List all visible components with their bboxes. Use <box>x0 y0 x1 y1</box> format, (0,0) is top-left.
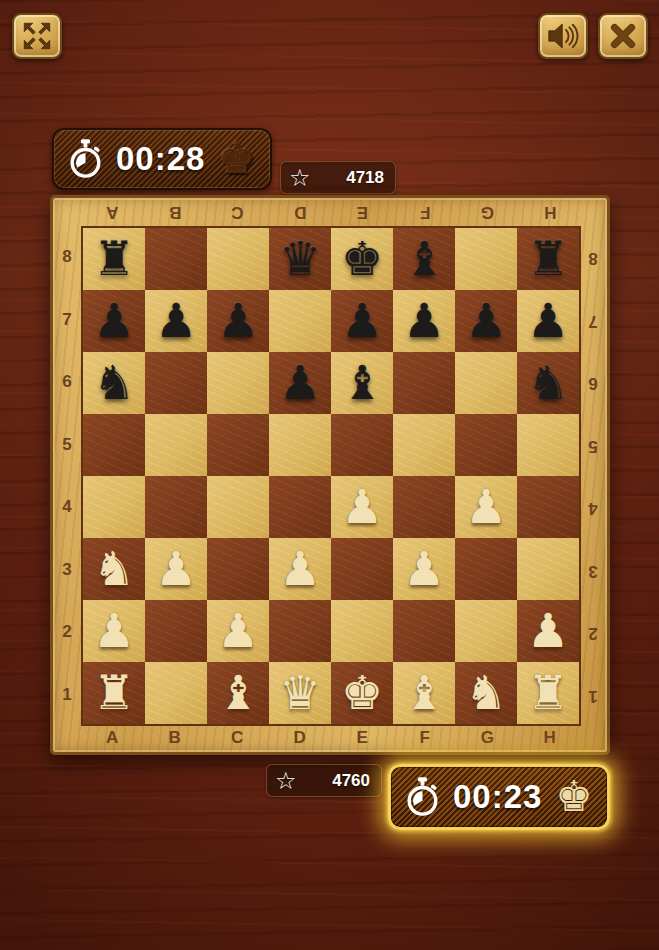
piece-white-pawn[interactable]: ♟ <box>217 600 259 662</box>
square-b3[interactable]: ♟ <box>145 538 207 600</box>
close-x-icon <box>606 19 640 53</box>
piece-white-bishop[interactable]: ♝ <box>403 662 445 724</box>
square-h1[interactable]: ♜ <box>517 662 579 724</box>
stopwatch-icon <box>405 773 440 821</box>
square-h7[interactable]: ♟ <box>517 290 579 352</box>
coord-label-f: F <box>394 200 457 224</box>
square-g7[interactable]: ♟ <box>455 290 517 352</box>
fullscreen-button[interactable] <box>12 13 62 59</box>
square-d1[interactable]: ♛ <box>269 662 331 724</box>
square-e8[interactable]: ♚ <box>331 228 393 290</box>
black-rating-value: 4718 <box>311 168 395 188</box>
square-d5[interactable] <box>269 414 331 476</box>
square-c3[interactable] <box>207 538 269 600</box>
square-b5[interactable] <box>145 414 207 476</box>
square-d6[interactable]: ♟ <box>269 352 331 414</box>
square-a3[interactable]: ♞ <box>83 538 145 600</box>
square-a8[interactable]: ♜ <box>83 228 145 290</box>
coord-label-a: A <box>81 200 144 224</box>
files-bottom: ABCDEFGH <box>81 726 581 750</box>
coord-label-2: 2 <box>581 601 605 664</box>
square-a2[interactable]: ♟ <box>83 600 145 662</box>
coord-label-h: H <box>519 726 582 750</box>
square-g6[interactable] <box>455 352 517 414</box>
piece-white-pawn[interactable]: ♟ <box>93 600 135 662</box>
files-top: ABCDEFGH <box>81 200 581 224</box>
square-c5[interactable] <box>207 414 269 476</box>
piece-black-pawn[interactable]: ♟ <box>527 290 569 352</box>
star-icon: ☆ <box>275 769 297 793</box>
coord-label-7: 7 <box>581 289 605 352</box>
square-d4[interactable] <box>269 476 331 538</box>
square-f5[interactable] <box>393 414 455 476</box>
square-h8[interactable]: ♜ <box>517 228 579 290</box>
coord-label-c: C <box>206 200 269 224</box>
piece-black-king[interactable]: ♚ <box>341 228 383 290</box>
white-king-icon: ♚ <box>555 776 593 818</box>
piece-white-pawn[interactable]: ♟ <box>341 476 383 538</box>
square-c8[interactable] <box>207 228 269 290</box>
square-h5[interactable] <box>517 414 579 476</box>
piece-white-bishop[interactable]: ♝ <box>217 662 259 724</box>
coord-label-8: 8 <box>581 226 605 289</box>
coord-label-a: A <box>81 726 144 750</box>
square-f7[interactable]: ♟ <box>393 290 455 352</box>
sound-button[interactable] <box>538 13 588 59</box>
square-g8[interactable] <box>455 228 517 290</box>
square-b6[interactable] <box>145 352 207 414</box>
square-f8[interactable]: ♝ <box>393 228 455 290</box>
white-rating-badge: ☆ 4760 <box>266 764 382 797</box>
square-f2[interactable] <box>393 600 455 662</box>
black-rating-badge: ☆ 4718 <box>280 161 396 194</box>
piece-white-pawn[interactable]: ♟ <box>403 538 445 600</box>
close-button[interactable] <box>598 13 648 59</box>
square-a7[interactable]: ♟ <box>83 290 145 352</box>
square-b8[interactable] <box>145 228 207 290</box>
square-g4[interactable]: ♟ <box>455 476 517 538</box>
square-e2[interactable] <box>331 600 393 662</box>
piece-black-rook[interactable]: ♜ <box>93 228 135 290</box>
coord-label-7: 7 <box>55 289 79 352</box>
piece-white-queen[interactable]: ♛ <box>279 662 321 724</box>
coord-label-f: F <box>394 726 457 750</box>
square-a6[interactable]: ♞ <box>83 352 145 414</box>
square-g5[interactable] <box>455 414 517 476</box>
piece-black-bishop[interactable]: ♝ <box>403 228 445 290</box>
piece-white-knight[interactable]: ♞ <box>465 662 507 724</box>
square-b2[interactable] <box>145 600 207 662</box>
coord-label-d: D <box>269 726 332 750</box>
piece-black-pawn[interactable]: ♟ <box>217 290 259 352</box>
piece-white-pawn[interactable]: ♟ <box>465 476 507 538</box>
coord-label-2: 2 <box>55 601 79 664</box>
square-c1[interactable]: ♝ <box>207 662 269 724</box>
square-c6[interactable] <box>207 352 269 414</box>
piece-white-pawn[interactable]: ♟ <box>527 600 569 662</box>
piece-black-pawn[interactable]: ♟ <box>93 290 135 352</box>
square-e3[interactable] <box>331 538 393 600</box>
square-f6[interactable] <box>393 352 455 414</box>
white-timer-panel: 00:23 ♚ <box>388 764 610 830</box>
square-b7[interactable]: ♟ <box>145 290 207 352</box>
square-c7[interactable]: ♟ <box>207 290 269 352</box>
coord-label-b: B <box>144 726 207 750</box>
square-g3[interactable] <box>455 538 517 600</box>
square-d3[interactable]: ♟ <box>269 538 331 600</box>
square-h3[interactable] <box>517 538 579 600</box>
square-f1[interactable]: ♝ <box>393 662 455 724</box>
coord-label-3: 3 <box>581 539 605 602</box>
coord-label-e: E <box>331 726 394 750</box>
coord-label-8: 8 <box>55 226 79 289</box>
piece-black-knight[interactable]: ♞ <box>527 352 569 414</box>
coord-label-4: 4 <box>55 476 79 539</box>
square-e1[interactable]: ♚ <box>331 662 393 724</box>
piece-white-pawn[interactable]: ♟ <box>155 538 197 600</box>
square-c2[interactable]: ♟ <box>207 600 269 662</box>
black-timer-value: 00:28 <box>116 140 205 178</box>
piece-white-knight[interactable]: ♞ <box>93 538 135 600</box>
coord-label-d: D <box>269 200 332 224</box>
square-c4[interactable] <box>207 476 269 538</box>
piece-white-pawn[interactable]: ♟ <box>279 538 321 600</box>
square-e4[interactable]: ♟ <box>331 476 393 538</box>
white-rating-value: 4760 <box>297 771 381 791</box>
black-king-icon: ♚ <box>218 138 256 180</box>
black-timer-panel: 00:28 ♚ <box>52 128 272 190</box>
piece-black-queen[interactable]: ♛ <box>279 228 321 290</box>
square-h4[interactable] <box>517 476 579 538</box>
coord-label-h: H <box>519 200 582 224</box>
square-f3[interactable]: ♟ <box>393 538 455 600</box>
piece-black-knight[interactable]: ♞ <box>93 352 135 414</box>
piece-black-pawn[interactable]: ♟ <box>341 290 383 352</box>
chess-app-window: 00:28 ♚ ☆ 4718 ABCDEFGH ABCDEFGH 8765432… <box>0 0 659 950</box>
square-h6[interactable]: ♞ <box>517 352 579 414</box>
white-timer-value: 00:23 <box>453 778 542 816</box>
piece-black-pawn[interactable]: ♟ <box>279 352 321 414</box>
expand-arrows-icon <box>20 19 54 53</box>
square-g2[interactable] <box>455 600 517 662</box>
coord-label-4: 4 <box>581 476 605 539</box>
square-b4[interactable] <box>145 476 207 538</box>
coord-label-3: 3 <box>55 539 79 602</box>
square-e5[interactable] <box>331 414 393 476</box>
square-h2[interactable]: ♟ <box>517 600 579 662</box>
coord-label-b: B <box>144 200 207 224</box>
square-d2[interactable] <box>269 600 331 662</box>
square-f4[interactable] <box>393 476 455 538</box>
square-b1[interactable] <box>145 662 207 724</box>
star-icon: ☆ <box>289 166 311 190</box>
square-a1[interactable]: ♜ <box>83 662 145 724</box>
piece-white-rook[interactable]: ♜ <box>527 662 569 724</box>
coord-label-5: 5 <box>55 414 79 477</box>
square-a5[interactable] <box>83 414 145 476</box>
square-e6[interactable]: ♝ <box>331 352 393 414</box>
square-a4[interactable] <box>83 476 145 538</box>
coord-label-1: 1 <box>581 664 605 727</box>
coord-label-g: G <box>456 726 519 750</box>
piece-white-rook[interactable]: ♜ <box>93 662 135 724</box>
board-squares: ♜♛♚♝♜♟♟♟♟♟♟♟♞♟♝♞♟♟♞♟♟♟♟♟♟♜♝♛♚♝♞♜ <box>81 226 581 726</box>
coord-label-g: G <box>456 200 519 224</box>
piece-black-pawn[interactable]: ♟ <box>403 290 445 352</box>
piece-black-bishop[interactable]: ♝ <box>341 352 383 414</box>
square-d8[interactable]: ♛ <box>269 228 331 290</box>
square-e7[interactable]: ♟ <box>331 290 393 352</box>
coord-label-e: E <box>331 200 394 224</box>
piece-black-pawn[interactable]: ♟ <box>465 290 507 352</box>
coord-label-1: 1 <box>55 664 79 727</box>
piece-white-king[interactable]: ♚ <box>341 662 383 724</box>
ranks-left: 87654321 <box>55 226 79 726</box>
square-d7[interactable] <box>269 290 331 352</box>
piece-black-rook[interactable]: ♜ <box>527 228 569 290</box>
chess-board: ABCDEFGH ABCDEFGH 87654321 87654321 ♜♛♚♝… <box>50 195 610 755</box>
coord-label-c: C <box>206 726 269 750</box>
stopwatch-icon <box>68 135 103 183</box>
coord-label-5: 5 <box>581 414 605 477</box>
coord-label-6: 6 <box>581 351 605 414</box>
coord-label-6: 6 <box>55 351 79 414</box>
ranks-right: 87654321 <box>581 226 605 726</box>
square-g1[interactable]: ♞ <box>455 662 517 724</box>
speaker-icon <box>545 19 581 53</box>
piece-black-pawn[interactable]: ♟ <box>155 290 197 352</box>
